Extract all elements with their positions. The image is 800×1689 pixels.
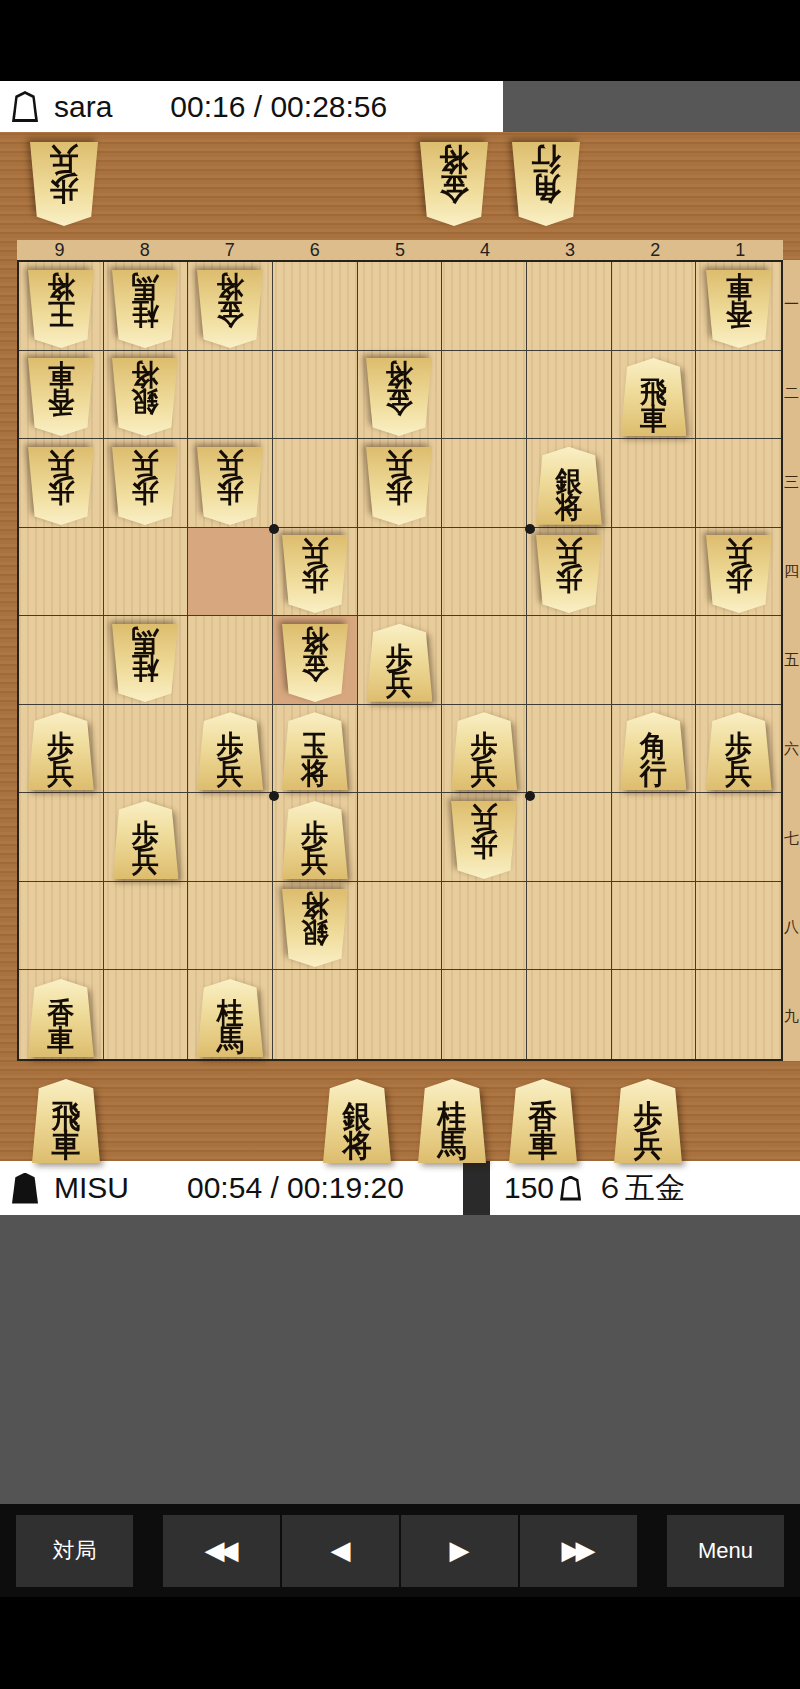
piece-金将-gote[interactable]: 金将 bbox=[420, 142, 488, 226]
square-3七[interactable] bbox=[527, 793, 612, 882]
piece-香車-sente[interactable]: 香車 bbox=[509, 1079, 577, 1163]
piece-角行-sente[interactable]: 角行 bbox=[620, 712, 686, 790]
piece-香車-gote[interactable]: 香車 bbox=[28, 358, 94, 436]
piece-歩兵-sente[interactable]: 歩兵 bbox=[366, 624, 432, 702]
square-5七[interactable] bbox=[358, 793, 443, 882]
piece-王将-gote[interactable]: 王将 bbox=[28, 270, 94, 348]
square-2五[interactable] bbox=[612, 616, 697, 705]
top-player-clock: 00:16 / 00:28:56 bbox=[170, 90, 387, 124]
piece-歩兵-sente[interactable]: 歩兵 bbox=[112, 801, 178, 879]
piece-歩兵-sente[interactable]: 歩兵 bbox=[28, 712, 94, 790]
rewind-to-start-button[interactable]: ◀◀ bbox=[163, 1515, 280, 1587]
square-2七[interactable] bbox=[612, 793, 697, 882]
square-3九[interactable] bbox=[527, 970, 612, 1059]
square-1三[interactable] bbox=[696, 439, 781, 528]
piece-歩兵-sente[interactable]: 歩兵 bbox=[282, 801, 348, 879]
piece-飛車-sente[interactable]: 飛車 bbox=[620, 358, 686, 436]
square-8四[interactable] bbox=[104, 528, 189, 617]
square-3四[interactable]: 歩兵 bbox=[527, 528, 612, 617]
move-side-icon bbox=[560, 1176, 581, 1201]
rank-label-5: 五 bbox=[783, 616, 800, 705]
square-4四[interactable] bbox=[442, 528, 527, 617]
square-6二[interactable] bbox=[273, 351, 358, 440]
square-2一[interactable] bbox=[612, 262, 697, 351]
square-9四[interactable] bbox=[19, 528, 104, 617]
square-9一[interactable]: 王将 bbox=[19, 262, 104, 351]
piece-金将-gote[interactable]: 金将 bbox=[282, 624, 348, 702]
square-5九[interactable] bbox=[358, 970, 443, 1059]
rank-label-4: 四 bbox=[783, 527, 800, 616]
square-2六[interactable]: 角行 bbox=[612, 705, 697, 794]
square-8七[interactable]: 歩兵 bbox=[104, 793, 189, 882]
status-bar bbox=[0, 0, 800, 81]
piece-桂馬-gote[interactable]: 桂馬 bbox=[112, 624, 178, 702]
file-label-1: 1 bbox=[698, 240, 783, 260]
square-4九[interactable] bbox=[442, 970, 527, 1059]
bottom-player-clock: 00:54 / 00:19:20 bbox=[187, 1171, 404, 1205]
bottom-player-name: MISU bbox=[54, 1171, 129, 1205]
square-7三[interactable]: 歩兵 bbox=[188, 439, 273, 528]
bottom-info-bar: MISU 00:54 / 00:19:20 150 ６五金 bbox=[0, 1161, 800, 1215]
menu-button[interactable]: Menu bbox=[667, 1515, 784, 1587]
square-9九[interactable]: 香車 bbox=[19, 970, 104, 1059]
square-6六[interactable]: 玉将 bbox=[273, 705, 358, 794]
square-3三[interactable]: 銀将 bbox=[527, 439, 612, 528]
piece-銀将-gote[interactable]: 銀将 bbox=[112, 358, 178, 436]
rank-label-1: 一 bbox=[783, 260, 800, 349]
sente-captured-tray: 飛車銀将桂馬香車歩兵 bbox=[0, 1069, 800, 1161]
piece-銀将-sente[interactable]: 銀将 bbox=[536, 447, 602, 525]
top-player-panel: sara 00:16 / 00:28:56 bbox=[0, 81, 503, 132]
square-7七[interactable] bbox=[188, 793, 273, 882]
move-indicator-panel: 150 ６五金 bbox=[490, 1161, 800, 1215]
file-label-4: 4 bbox=[442, 240, 527, 260]
move-list-area bbox=[0, 1215, 800, 1504]
piece-香車-gote[interactable]: 香車 bbox=[706, 270, 772, 348]
forward-to-end-button[interactable]: ▶▶ bbox=[520, 1515, 637, 1587]
square-1七[interactable] bbox=[696, 793, 781, 882]
square-8八[interactable] bbox=[104, 882, 189, 971]
square-3一[interactable] bbox=[527, 262, 612, 351]
square-7一[interactable]: 金将 bbox=[188, 262, 273, 351]
square-3五[interactable] bbox=[527, 616, 612, 705]
square-1六[interactable]: 歩兵 bbox=[696, 705, 781, 794]
piece-歩兵-sente[interactable]: 歩兵 bbox=[197, 712, 263, 790]
gote-piece-icon bbox=[12, 91, 38, 122]
square-7九[interactable]: 桂馬 bbox=[188, 970, 273, 1059]
square-9二[interactable]: 香車 bbox=[19, 351, 104, 440]
step-forward-button[interactable]: ▶ bbox=[401, 1515, 518, 1587]
piece-歩兵-sente[interactable]: 歩兵 bbox=[614, 1079, 682, 1163]
piece-銀将-gote[interactable]: 銀将 bbox=[282, 889, 348, 967]
file-label-8: 8 bbox=[102, 240, 187, 260]
rank-label-2: 二 bbox=[783, 349, 800, 438]
piece-歩兵-gote[interactable]: 歩兵 bbox=[366, 447, 432, 525]
square-9六[interactable]: 歩兵 bbox=[19, 705, 104, 794]
square-3八[interactable] bbox=[527, 882, 612, 971]
square-7六[interactable]: 歩兵 bbox=[188, 705, 273, 794]
square-1八[interactable] bbox=[696, 882, 781, 971]
square-6五[interactable]: 金将 bbox=[273, 616, 358, 705]
square-9五[interactable] bbox=[19, 616, 104, 705]
rank-label-7: 七 bbox=[783, 794, 800, 883]
rank-label-9: 九 bbox=[783, 972, 800, 1061]
square-9八[interactable] bbox=[19, 882, 104, 971]
piece-銀将-sente[interactable]: 銀将 bbox=[323, 1079, 391, 1163]
piece-桂馬-gote[interactable]: 桂馬 bbox=[112, 270, 178, 348]
piece-歩兵-sente[interactable]: 歩兵 bbox=[706, 712, 772, 790]
toolbar: 対局 ◀◀ ◀ ▶ ▶▶ Menu bbox=[0, 1504, 800, 1597]
move-number: 150 bbox=[504, 1171, 554, 1205]
piece-歩兵-gote[interactable]: 歩兵 bbox=[451, 801, 517, 879]
square-4七[interactable]: 歩兵 bbox=[442, 793, 527, 882]
square-9七[interactable] bbox=[19, 793, 104, 882]
top-player-name: sara bbox=[54, 90, 112, 124]
bottom-black-area bbox=[0, 1597, 800, 1689]
square-3二[interactable] bbox=[527, 351, 612, 440]
square-6一[interactable] bbox=[273, 262, 358, 351]
rank-coordinates: 一二三四五六七八九 bbox=[783, 260, 800, 1061]
piece-香車-sente[interactable]: 香車 bbox=[28, 979, 94, 1057]
square-6八[interactable]: 銀将 bbox=[273, 882, 358, 971]
square-1九[interactable] bbox=[696, 970, 781, 1059]
square-7五[interactable] bbox=[188, 616, 273, 705]
file-label-2: 2 bbox=[613, 240, 698, 260]
square-1四[interactable]: 歩兵 bbox=[696, 528, 781, 617]
piece-歩兵-gote[interactable]: 歩兵 bbox=[282, 535, 348, 613]
square-5一[interactable] bbox=[358, 262, 443, 351]
piece-歩兵-sente[interactable]: 歩兵 bbox=[451, 712, 517, 790]
piece-金将-gote[interactable]: 金将 bbox=[366, 358, 432, 436]
bottom-player-panel: MISU 00:54 / 00:19:20 bbox=[0, 1161, 463, 1215]
square-5四[interactable] bbox=[358, 528, 443, 617]
piece-歩兵-gote[interactable]: 歩兵 bbox=[706, 535, 772, 613]
square-7二[interactable] bbox=[188, 351, 273, 440]
square-6三[interactable] bbox=[273, 439, 358, 528]
piece-角行-gote[interactable]: 角行 bbox=[512, 142, 580, 226]
square-1五[interactable] bbox=[696, 616, 781, 705]
file-label-6: 6 bbox=[272, 240, 357, 260]
square-4二[interactable] bbox=[442, 351, 527, 440]
rank-label-6: 六 bbox=[783, 705, 800, 794]
square-6九[interactable] bbox=[273, 970, 358, 1059]
square-2四[interactable] bbox=[612, 528, 697, 617]
square-5二[interactable]: 金将 bbox=[358, 351, 443, 440]
square-8一[interactable]: 桂馬 bbox=[104, 262, 189, 351]
piece-歩兵-gote[interactable]: 歩兵 bbox=[197, 447, 263, 525]
last-move-text: ６五金 bbox=[595, 1168, 685, 1209]
square-8五[interactable]: 桂馬 bbox=[104, 616, 189, 705]
step-back-button[interactable]: ◀ bbox=[282, 1515, 399, 1587]
square-8三[interactable]: 歩兵 bbox=[104, 439, 189, 528]
file-label-7: 7 bbox=[187, 240, 272, 260]
square-5六[interactable] bbox=[358, 705, 443, 794]
square-4八[interactable] bbox=[442, 882, 527, 971]
game-button[interactable]: 対局 bbox=[16, 1515, 133, 1587]
file-label-9: 9 bbox=[17, 240, 102, 260]
rank-label-8: 八 bbox=[783, 883, 800, 972]
piece-金将-gote[interactable]: 金将 bbox=[197, 270, 263, 348]
piece-桂馬-sente[interactable]: 桂馬 bbox=[418, 1079, 486, 1163]
square-3六[interactable] bbox=[527, 705, 612, 794]
square-8二[interactable]: 銀将 bbox=[104, 351, 189, 440]
square-5五[interactable]: 歩兵 bbox=[358, 616, 443, 705]
top-player-bar: sara 00:16 / 00:28:56 bbox=[0, 81, 800, 132]
square-9三[interactable]: 歩兵 bbox=[19, 439, 104, 528]
square-6四[interactable]: 歩兵 bbox=[273, 528, 358, 617]
square-4六[interactable]: 歩兵 bbox=[442, 705, 527, 794]
piece-歩兵-gote[interactable]: 歩兵 bbox=[112, 447, 178, 525]
square-2八[interactable] bbox=[612, 882, 697, 971]
square-6七[interactable]: 歩兵 bbox=[273, 793, 358, 882]
piece-歩兵-gote[interactable]: 歩兵 bbox=[30, 142, 98, 226]
square-4一[interactable] bbox=[442, 262, 527, 351]
square-5八[interactable] bbox=[358, 882, 443, 971]
gote-captured-tray: 歩兵金将角行 bbox=[0, 132, 800, 240]
piece-飛車-sente[interactable]: 飛車 bbox=[32, 1079, 100, 1163]
piece-歩兵-gote[interactable]: 歩兵 bbox=[536, 535, 602, 613]
piece-歩兵-gote[interactable]: 歩兵 bbox=[28, 447, 94, 525]
square-1二[interactable] bbox=[696, 351, 781, 440]
square-2二[interactable]: 飛車 bbox=[612, 351, 697, 440]
square-4三[interactable] bbox=[442, 439, 527, 528]
sente-piece-icon bbox=[12, 1173, 38, 1204]
square-8九[interactable] bbox=[104, 970, 189, 1059]
square-5三[interactable]: 歩兵 bbox=[358, 439, 443, 528]
rank-label-3: 三 bbox=[783, 438, 800, 527]
piece-玉将-sente[interactable]: 玉将 bbox=[282, 712, 348, 790]
square-7八[interactable] bbox=[188, 882, 273, 971]
square-4五[interactable] bbox=[442, 616, 527, 705]
shogi-board-section: 歩兵金将角行 987654321 王将桂馬金将香車香車銀将金将飛車歩兵歩兵歩兵歩… bbox=[0, 132, 800, 1161]
square-2三[interactable] bbox=[612, 439, 697, 528]
square-2九[interactable] bbox=[612, 970, 697, 1059]
file-label-3: 3 bbox=[528, 240, 613, 260]
piece-桂馬-sente[interactable]: 桂馬 bbox=[197, 979, 263, 1057]
file-label-5: 5 bbox=[357, 240, 442, 260]
square-7四[interactable] bbox=[188, 528, 273, 617]
file-coordinates: 987654321 bbox=[17, 240, 783, 260]
square-1一[interactable]: 香車 bbox=[696, 262, 781, 351]
shogi-board[interactable]: 王将桂馬金将香車香車銀将金将飛車歩兵歩兵歩兵歩兵銀将歩兵歩兵歩兵桂馬金将歩兵歩兵… bbox=[17, 260, 783, 1061]
square-8六[interactable] bbox=[104, 705, 189, 794]
